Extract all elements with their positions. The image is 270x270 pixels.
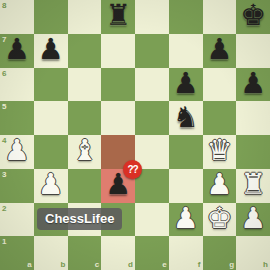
square-f7[interactable] bbox=[169, 34, 203, 68]
black-king-icon[interactable]: ♚ bbox=[236, 0, 270, 33]
square-f8[interactable] bbox=[169, 0, 203, 34]
square-e5[interactable] bbox=[135, 101, 169, 135]
white-pawn-icon[interactable]: ♟ bbox=[34, 168, 68, 202]
square-e7[interactable] bbox=[135, 34, 169, 68]
square-h7[interactable] bbox=[236, 34, 270, 68]
white-pawn-icon[interactable]: ♟ bbox=[203, 168, 237, 202]
square-b4[interactable] bbox=[34, 135, 68, 169]
square-c1[interactable]: c bbox=[68, 236, 102, 270]
square-b5[interactable] bbox=[34, 101, 68, 135]
square-h4[interactable] bbox=[236, 135, 270, 169]
file-label-d: d bbox=[128, 261, 133, 269]
square-e8[interactable] bbox=[135, 0, 169, 34]
square-c4[interactable]: ♝ bbox=[68, 135, 102, 169]
square-b6[interactable] bbox=[34, 68, 68, 102]
blunder-badge: ?? bbox=[123, 160, 142, 179]
square-c8[interactable] bbox=[68, 0, 102, 34]
file-label-a: a bbox=[27, 261, 31, 269]
rank-label-5: 5 bbox=[2, 103, 6, 111]
square-a2[interactable]: 2 bbox=[0, 203, 34, 237]
square-e2[interactable] bbox=[135, 203, 169, 237]
square-g3[interactable]: ♟ bbox=[203, 169, 237, 203]
square-e1[interactable]: e bbox=[135, 236, 169, 270]
square-g2[interactable]: ♚ bbox=[203, 203, 237, 237]
black-pawn-icon[interactable]: ♟ bbox=[0, 33, 34, 67]
watermark-label: ChessLifee bbox=[37, 208, 122, 230]
rank-label-3: 3 bbox=[2, 171, 6, 179]
rank-label-6: 6 bbox=[2, 70, 6, 78]
square-c5[interactable] bbox=[68, 101, 102, 135]
square-d7[interactable] bbox=[101, 34, 135, 68]
white-pawn-icon[interactable]: ♟ bbox=[236, 202, 270, 236]
square-f6[interactable]: ♟ bbox=[169, 68, 203, 102]
square-h1[interactable]: h bbox=[236, 236, 270, 270]
black-pawn-icon[interactable]: ♟ bbox=[203, 33, 237, 67]
file-label-g: g bbox=[229, 261, 234, 269]
black-rook-icon[interactable]: ♜ bbox=[101, 0, 135, 33]
square-d8[interactable]: ♜ bbox=[101, 0, 135, 34]
square-c7[interactable] bbox=[68, 34, 102, 68]
square-b1[interactable]: b bbox=[34, 236, 68, 270]
file-label-h: h bbox=[263, 261, 268, 269]
white-pawn-icon[interactable]: ♟ bbox=[0, 134, 34, 168]
square-g4[interactable]: ♛ bbox=[203, 135, 237, 169]
rank-label-2: 2 bbox=[2, 205, 6, 213]
square-g6[interactable] bbox=[203, 68, 237, 102]
square-f4[interactable] bbox=[169, 135, 203, 169]
square-g1[interactable]: g bbox=[203, 236, 237, 270]
white-bishop-icon[interactable]: ♝ bbox=[68, 134, 102, 168]
square-h2[interactable]: ♟ bbox=[236, 203, 270, 237]
file-label-c: c bbox=[95, 261, 99, 269]
square-d5[interactable] bbox=[101, 101, 135, 135]
black-pawn-icon[interactable]: ♟ bbox=[236, 67, 270, 101]
square-f1[interactable]: f bbox=[169, 236, 203, 270]
chess-board-screenshot: 8♜♚7♟♟♟6♟♟5♞4♟♝♛3♟♟♟♜2♟♚♟1abcdefgh ?? Ch… bbox=[0, 0, 270, 270]
square-b3[interactable]: ♟ bbox=[34, 169, 68, 203]
square-a4[interactable]: 4♟ bbox=[0, 135, 34, 169]
black-pawn-icon[interactable]: ♟ bbox=[34, 33, 68, 67]
file-label-e: e bbox=[162, 261, 166, 269]
square-g5[interactable] bbox=[203, 101, 237, 135]
square-c6[interactable] bbox=[68, 68, 102, 102]
square-d1[interactable]: d bbox=[101, 236, 135, 270]
square-b8[interactable] bbox=[34, 0, 68, 34]
white-king-icon[interactable]: ♚ bbox=[203, 202, 237, 236]
rank-label-1: 1 bbox=[2, 238, 6, 246]
white-queen-icon[interactable]: ♛ bbox=[203, 134, 237, 168]
square-g8[interactable] bbox=[203, 0, 237, 34]
square-h5[interactable] bbox=[236, 101, 270, 135]
white-rook-icon[interactable]: ♜ bbox=[236, 168, 270, 202]
square-e6[interactable] bbox=[135, 68, 169, 102]
square-c3[interactable] bbox=[68, 169, 102, 203]
file-label-f: f bbox=[198, 261, 201, 269]
square-a3[interactable]: 3 bbox=[0, 169, 34, 203]
white-pawn-icon[interactable]: ♟ bbox=[169, 202, 203, 236]
square-a8[interactable]: 8 bbox=[0, 0, 34, 34]
square-a1[interactable]: 1a bbox=[0, 236, 34, 270]
square-h8[interactable]: ♚ bbox=[236, 0, 270, 34]
square-a5[interactable]: 5 bbox=[0, 101, 34, 135]
square-f5[interactable]: ♞ bbox=[169, 101, 203, 135]
square-d6[interactable] bbox=[101, 68, 135, 102]
black-pawn-icon[interactable]: ♟ bbox=[169, 67, 203, 101]
square-a6[interactable]: 6 bbox=[0, 68, 34, 102]
square-g7[interactable]: ♟ bbox=[203, 34, 237, 68]
rank-label-8: 8 bbox=[2, 2, 6, 10]
square-f3[interactable] bbox=[169, 169, 203, 203]
black-knight-icon[interactable]: ♞ bbox=[169, 100, 203, 134]
square-h6[interactable]: ♟ bbox=[236, 68, 270, 102]
square-a7[interactable]: 7♟ bbox=[0, 34, 34, 68]
square-b7[interactable]: ♟ bbox=[34, 34, 68, 68]
square-h3[interactable]: ♜ bbox=[236, 169, 270, 203]
square-f2[interactable]: ♟ bbox=[169, 203, 203, 237]
file-label-b: b bbox=[61, 261, 66, 269]
